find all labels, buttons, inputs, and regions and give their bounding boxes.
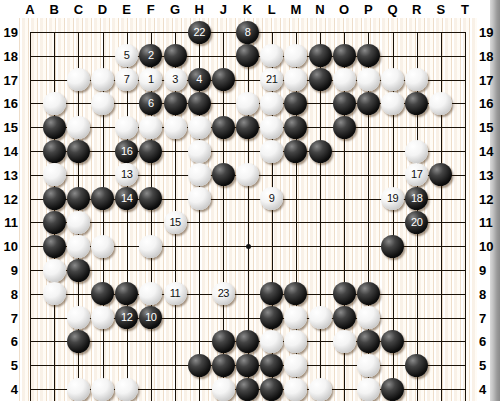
stone-Q4[interactable] <box>381 378 404 401</box>
stone-R14[interactable] <box>405 140 428 163</box>
stone-E14[interactable]: 16 <box>115 140 138 163</box>
move-number: 12 <box>121 312 132 323</box>
stone-C11[interactable] <box>67 211 90 234</box>
stone-O17[interactable] <box>333 68 356 91</box>
stone-C17[interactable] <box>67 68 90 91</box>
stone-Q16[interactable] <box>381 92 404 115</box>
stone-Q12[interactable]: 19 <box>381 187 404 210</box>
col-label-L: L <box>262 2 282 17</box>
stone-C10[interactable] <box>67 235 90 258</box>
stone-P5[interactable] <box>357 354 380 377</box>
stone-C4[interactable] <box>67 378 90 401</box>
col-label-J: J <box>213 2 233 17</box>
stone-J4[interactable] <box>212 378 235 401</box>
row-label-left-5: 5 <box>1 358 18 373</box>
row-label-right-12: 12 <box>479 192 496 207</box>
stone-B11[interactable] <box>43 211 66 234</box>
stone-D10[interactable] <box>91 235 114 258</box>
stone-R5[interactable] <box>405 354 428 377</box>
grid-vline-T <box>465 32 466 401</box>
stone-H12[interactable] <box>188 187 211 210</box>
move-number: 10 <box>145 312 156 323</box>
move-number: 4 <box>196 74 202 85</box>
stone-O7[interactable] <box>333 306 356 329</box>
grid-vline-S <box>441 32 442 401</box>
stone-H17[interactable]: 4 <box>188 68 211 91</box>
row-label-right-16: 16 <box>479 96 496 111</box>
stone-B8[interactable] <box>43 282 66 305</box>
row-label-right-10: 10 <box>479 239 496 254</box>
stone-C14[interactable] <box>67 140 90 163</box>
col-label-F: F <box>141 2 161 17</box>
stone-L14[interactable] <box>260 140 283 163</box>
stone-E4[interactable] <box>115 378 138 401</box>
col-label-C: C <box>68 2 88 17</box>
stone-L16[interactable] <box>260 92 283 115</box>
row-label-left-9: 9 <box>1 263 18 278</box>
stone-O16[interactable] <box>333 92 356 115</box>
stone-C6[interactable] <box>67 330 90 353</box>
move-number: 7 <box>124 74 130 85</box>
stone-P8[interactable] <box>357 282 380 305</box>
stone-J15[interactable] <box>212 116 235 139</box>
row-label-left-15: 15 <box>1 120 18 135</box>
col-label-S: S <box>431 2 451 17</box>
stone-D17[interactable] <box>91 68 114 91</box>
stone-L15[interactable] <box>260 116 283 139</box>
col-label-G: G <box>165 2 185 17</box>
row-label-left-4: 4 <box>1 382 18 397</box>
row-label-left-14: 14 <box>1 144 18 159</box>
row-label-right-18: 18 <box>479 49 496 64</box>
stone-N7[interactable] <box>309 306 332 329</box>
stone-M5[interactable] <box>284 354 307 377</box>
row-label-left-19: 19 <box>1 25 18 40</box>
row-label-left-10: 10 <box>1 239 18 254</box>
stone-Q6[interactable] <box>381 330 404 353</box>
col-label-D: D <box>93 2 113 17</box>
row-label-right-7: 7 <box>479 311 496 326</box>
move-number: 9 <box>269 193 275 204</box>
stone-M4[interactable] <box>284 378 307 401</box>
stone-M14[interactable] <box>284 140 307 163</box>
move-number: 18 <box>411 193 422 204</box>
stone-K15[interactable] <box>236 116 259 139</box>
move-number: 22 <box>194 27 205 38</box>
stone-H14[interactable] <box>188 140 211 163</box>
row-label-right-5: 5 <box>479 358 496 373</box>
stone-N4[interactable] <box>309 378 332 401</box>
stone-H19[interactable]: 22 <box>188 21 211 44</box>
move-number: 6 <box>148 98 154 109</box>
move-number: 15 <box>169 217 180 228</box>
stone-J5[interactable] <box>212 354 235 377</box>
stone-G16[interactable] <box>164 92 187 115</box>
stone-Q10[interactable] <box>381 235 404 258</box>
go-board-window: ABCDEFGHJKLMNOPQRST191918181717161615151… <box>0 0 500 401</box>
col-label-M: M <box>286 2 306 17</box>
stone-H5[interactable] <box>188 354 211 377</box>
row-label-left-12: 12 <box>1 192 18 207</box>
stone-L5[interactable] <box>260 354 283 377</box>
move-number: 23 <box>218 288 229 299</box>
stone-F10[interactable] <box>139 235 162 258</box>
stone-F14[interactable] <box>139 140 162 163</box>
stone-L6[interactable] <box>260 330 283 353</box>
move-number: 5 <box>124 50 130 61</box>
move-number: 11 <box>170 288 180 299</box>
row-label-right-19: 19 <box>479 25 496 40</box>
grid-hline-11 <box>30 222 466 223</box>
stone-J8[interactable]: 23 <box>212 282 235 305</box>
stone-E15[interactable] <box>115 116 138 139</box>
stone-G15[interactable] <box>164 116 187 139</box>
stone-P6[interactable] <box>357 330 380 353</box>
row-label-right-9: 9 <box>479 263 496 278</box>
stone-G11[interactable]: 15 <box>164 211 187 234</box>
move-number: 3 <box>172 74 178 85</box>
col-label-P: P <box>358 2 378 17</box>
move-number: 21 <box>266 74 277 85</box>
row-label-left-6: 6 <box>1 334 18 349</box>
move-number: 20 <box>411 217 422 228</box>
col-label-B: B <box>44 2 64 17</box>
col-label-O: O <box>334 2 354 17</box>
stone-R11[interactable]: 20 <box>405 211 428 234</box>
move-number: 13 <box>121 169 132 180</box>
row-label-right-14: 14 <box>479 144 496 159</box>
stone-O8[interactable] <box>333 282 356 305</box>
stone-M15[interactable] <box>284 116 307 139</box>
stone-P16[interactable] <box>357 92 380 115</box>
stone-N14[interactable] <box>309 140 332 163</box>
stone-D7[interactable] <box>91 306 114 329</box>
row-label-left-8: 8 <box>1 287 18 302</box>
stone-H13[interactable] <box>188 163 211 186</box>
move-number: 19 <box>387 193 398 204</box>
col-label-N: N <box>310 2 330 17</box>
row-label-right-8: 8 <box>479 287 496 302</box>
stone-N17[interactable] <box>309 68 332 91</box>
row-label-left-18: 18 <box>1 49 18 64</box>
stone-Q17[interactable] <box>381 68 404 91</box>
col-label-H: H <box>189 2 209 17</box>
move-number: 2 <box>148 50 154 61</box>
col-label-T: T <box>455 2 475 17</box>
col-label-A: A <box>20 2 40 17</box>
row-label-right-13: 13 <box>479 168 496 183</box>
row-label-left-7: 7 <box>1 311 18 326</box>
stone-C12[interactable] <box>67 187 90 210</box>
move-number: 16 <box>121 146 132 157</box>
stone-G8[interactable]: 11 <box>164 282 187 305</box>
row-label-left-13: 13 <box>1 168 18 183</box>
stone-B15[interactable] <box>43 116 66 139</box>
stone-J6[interactable] <box>212 330 235 353</box>
move-number: 17 <box>411 169 422 180</box>
stone-H16[interactable] <box>188 92 211 115</box>
stone-C15[interactable] <box>67 116 90 139</box>
stone-D4[interactable] <box>91 378 114 401</box>
stone-K19[interactable]: 8 <box>236 21 259 44</box>
row-label-left-16: 16 <box>1 96 18 111</box>
stone-P18[interactable] <box>357 44 380 67</box>
stone-O18[interactable] <box>333 44 356 67</box>
row-label-left-11: 11 <box>1 215 18 230</box>
stone-K16[interactable] <box>236 92 259 115</box>
row-label-right-15: 15 <box>479 120 496 135</box>
grid-hline-14 <box>30 151 466 152</box>
stone-H15[interactable] <box>188 116 211 139</box>
stone-K4[interactable] <box>236 378 259 401</box>
stone-J13[interactable] <box>212 163 235 186</box>
stone-P4[interactable] <box>357 378 380 401</box>
move-number: 8 <box>245 27 251 38</box>
stone-B16[interactable] <box>43 92 66 115</box>
stone-C9[interactable] <box>67 259 90 282</box>
row-label-left-17: 17 <box>1 73 18 88</box>
stone-R16[interactable] <box>405 92 428 115</box>
col-label-R: R <box>407 2 427 17</box>
move-number: 14 <box>121 193 132 204</box>
stone-B13[interactable] <box>43 163 66 186</box>
grid-hline-9 <box>30 270 466 271</box>
row-label-right-6: 6 <box>479 334 496 349</box>
stone-K6[interactable] <box>236 330 259 353</box>
stone-D16[interactable] <box>91 92 114 115</box>
col-label-E: E <box>117 2 137 17</box>
stone-K5[interactable] <box>236 354 259 377</box>
move-number: 1 <box>148 74 154 85</box>
stone-G17[interactable]: 3 <box>164 68 187 91</box>
stone-O6[interactable] <box>333 330 356 353</box>
stone-J17[interactable] <box>212 68 235 91</box>
stone-F15[interactable] <box>139 116 162 139</box>
stone-P17[interactable] <box>357 68 380 91</box>
row-label-right-4: 4 <box>479 382 496 397</box>
stone-N18[interactable] <box>309 44 332 67</box>
stone-D12[interactable] <box>91 187 114 210</box>
row-label-right-17: 17 <box>479 73 496 88</box>
stone-L4[interactable] <box>260 378 283 401</box>
star-point-K10 <box>246 244 251 249</box>
stone-B14[interactable] <box>43 140 66 163</box>
stone-G18[interactable] <box>164 44 187 67</box>
stone-B9[interactable] <box>43 259 66 282</box>
col-label-K: K <box>238 2 258 17</box>
stone-C7[interactable] <box>67 306 90 329</box>
row-label-right-11: 11 <box>479 215 496 230</box>
stone-P7[interactable] <box>357 306 380 329</box>
grid-vline-A <box>30 32 31 401</box>
col-label-Q: Q <box>383 2 403 17</box>
stone-B12[interactable] <box>43 187 66 210</box>
stone-B10[interactable] <box>43 235 66 258</box>
stone-O15[interactable] <box>333 116 356 139</box>
